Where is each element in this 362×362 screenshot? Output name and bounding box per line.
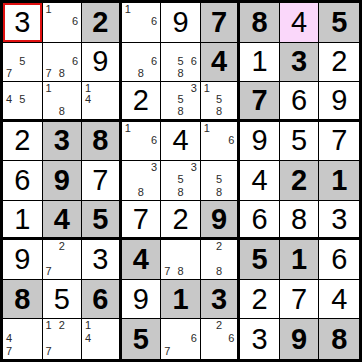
- entered-digit: 7: [331, 126, 347, 155]
- entered-digit: 4: [172, 126, 188, 155]
- given-digit: 3: [54, 126, 70, 155]
- pencil-marks: 68: [122, 43, 161, 82]
- given-digit: 2: [92, 8, 108, 37]
- cell-r8c7[interactable]: 2: [240, 280, 280, 320]
- entered-digit: 1: [14, 205, 30, 234]
- pencil-marks: 57: [3, 43, 42, 82]
- cell-r3c8[interactable]: 6: [280, 82, 320, 122]
- pencil-mark-8: 8: [216, 106, 222, 117]
- cell-r4c8[interactable]: 5: [280, 122, 320, 162]
- pencil-mark-8: 8: [138, 187, 144, 198]
- cell-r7c4[interactable]: 4: [122, 240, 162, 280]
- pencil-marks: 38: [122, 161, 161, 200]
- cell-r9c9[interactable]: 8: [319, 319, 359, 359]
- cell-r2c7[interactable]: 1: [240, 43, 280, 83]
- entered-digit: 5: [54, 285, 70, 314]
- pencil-mark-6: 6: [228, 135, 234, 146]
- given-digit: 4: [211, 47, 227, 76]
- cell-r6c2[interactable]: 4: [43, 201, 83, 241]
- cell-r8c5[interactable]: 1: [161, 280, 201, 320]
- given-digit: 4: [133, 245, 149, 274]
- given-digit: 1: [331, 166, 347, 195]
- pencil-mark-4: 4: [85, 333, 91, 344]
- cell-r4c1[interactable]: 2: [3, 122, 43, 162]
- entered-digit: 2: [331, 47, 347, 76]
- pencil-mark-1: 1: [204, 83, 210, 94]
- cell-r3c5[interactable]: 358: [161, 82, 201, 122]
- cell-r8c2[interactable]: 5: [43, 280, 83, 320]
- cell-r9c5[interactable]: 67: [161, 319, 201, 359]
- cell-r2c6[interactable]: 4: [201, 43, 241, 83]
- pencil-mark-2: 2: [59, 320, 65, 331]
- cell-r1c4[interactable]: 16: [122, 3, 162, 43]
- pencil-mark-1: 1: [125, 123, 131, 134]
- pencil-marks: 14: [82, 319, 119, 359]
- entered-digit: 3: [252, 325, 268, 354]
- entered-digit: 6: [252, 205, 268, 234]
- pencil-mark-4: 4: [6, 94, 12, 105]
- cell-r7c6[interactable]: 28: [201, 240, 241, 280]
- cell-r9c1[interactable]: 47: [3, 319, 43, 359]
- given-digit: 8: [92, 126, 108, 155]
- pencil-mark-7: 7: [164, 266, 170, 277]
- pencil-mark-2: 2: [59, 241, 65, 252]
- cell-r2c8[interactable]: 3: [280, 43, 320, 83]
- entered-digit: 3: [92, 245, 108, 274]
- pencil-mark-8: 8: [216, 187, 222, 198]
- cell-r6c3[interactable]: 5: [82, 201, 122, 241]
- cell-r5c9[interactable]: 1: [319, 161, 359, 201]
- cell-r2c1[interactable]: 57: [3, 43, 43, 83]
- pencil-marks: 14: [82, 82, 119, 119]
- pencil-mark-1: 1: [85, 320, 91, 331]
- pencil-marks: 45: [3, 82, 42, 119]
- given-digit: 7: [211, 8, 227, 37]
- cell-r6c1[interactable]: 1: [3, 201, 43, 241]
- pencil-mark-2: 2: [216, 241, 222, 252]
- pencil-mark-5: 5: [177, 174, 183, 185]
- pencil-marks: 158: [201, 82, 238, 119]
- cell-r4c6[interactable]: 16: [201, 122, 241, 162]
- pencil-mark-7: 7: [6, 68, 12, 79]
- entered-digit: 2: [14, 126, 30, 155]
- cell-r3c1[interactable]: 45: [3, 82, 43, 122]
- given-digit: 1: [172, 285, 188, 314]
- pencil-marks: 358: [161, 82, 200, 119]
- cell-r2c2[interactable]: 678: [43, 43, 83, 83]
- cell-r9c8[interactable]: 9: [280, 319, 320, 359]
- entered-digit: 2: [252, 285, 268, 314]
- given-digit: 8: [331, 325, 347, 354]
- pencil-mark-5: 5: [216, 94, 222, 105]
- entered-digit: 6: [291, 86, 307, 115]
- cell-r4c9[interactable]: 7: [319, 122, 359, 162]
- cell-r7c2[interactable]: 27: [43, 240, 83, 280]
- cell-r5c1[interactable]: 6: [3, 161, 43, 201]
- cell-r7c9[interactable]: 6: [319, 240, 359, 280]
- entered-digit: 8: [291, 205, 307, 234]
- pencil-mark-5: 5: [177, 56, 183, 67]
- pencil-marks: 28: [201, 240, 238, 279]
- entered-digit: 9: [92, 47, 108, 76]
- cell-r6c5[interactable]: 2: [161, 201, 201, 241]
- pencil-mark-8: 8: [59, 106, 65, 117]
- pencil-mark-8: 8: [177, 266, 183, 277]
- cell-r5c6[interactable]: 58: [201, 161, 241, 201]
- pencil-mark-1: 1: [46, 320, 52, 331]
- cell-r4c2[interactable]: 3: [43, 122, 83, 162]
- pencil-marks: 27: [43, 240, 82, 279]
- pencil-marks: 16: [43, 3, 82, 42]
- cell-r2c4[interactable]: 68: [122, 43, 162, 83]
- pencil-marks: 358: [161, 161, 200, 200]
- cell-r7c5[interactable]: 78: [161, 240, 201, 280]
- given-digit: 5: [252, 245, 268, 274]
- given-digit: 3: [211, 285, 227, 314]
- pencil-marks: 568: [161, 43, 200, 82]
- cell-r7c1[interactable]: 9: [3, 240, 43, 280]
- pencil-mark-6: 6: [191, 56, 197, 67]
- entered-digit: 6: [331, 245, 347, 274]
- cell-r1c8[interactable]: 4: [280, 3, 320, 43]
- cell-r1c2[interactable]: 16: [43, 3, 83, 43]
- entered-digit: 7: [133, 205, 149, 234]
- given-digit: 4: [54, 205, 70, 234]
- entered-digit: 2: [133, 86, 149, 115]
- cell-r9c7[interactable]: 3: [240, 319, 280, 359]
- cell-r4c4[interactable]: 16: [122, 122, 162, 162]
- pencil-marks: 127: [43, 319, 82, 359]
- cell-r7c7[interactable]: 5: [240, 240, 280, 280]
- given-digit: 9: [211, 205, 227, 234]
- cell-r6c6[interactable]: 9: [201, 201, 241, 241]
- pencil-mark-8: 8: [177, 187, 183, 198]
- pencil-mark-4: 4: [6, 333, 12, 344]
- cell-r6c8[interactable]: 8: [280, 201, 320, 241]
- entered-digit: 4: [331, 285, 347, 314]
- given-digit: 8: [14, 285, 30, 314]
- cell-r5c3[interactable]: 7: [82, 161, 122, 201]
- cell-r8c1[interactable]: 8: [3, 280, 43, 320]
- cell-r3c7[interactable]: 7: [240, 82, 280, 122]
- cell-r3c4[interactable]: 2: [122, 82, 162, 122]
- pencil-mark-6: 6: [72, 16, 78, 27]
- cell-r8c8[interactable]: 7: [280, 280, 320, 320]
- cell-r5c7[interactable]: 4: [240, 161, 280, 201]
- entered-digit: 9: [252, 126, 268, 155]
- entered-digit: 2: [172, 205, 188, 234]
- cell-r1c7[interactable]: 8: [240, 3, 280, 43]
- cell-r7c8[interactable]: 1: [280, 240, 320, 280]
- cell-r1c5[interactable]: 9: [161, 3, 201, 43]
- pencil-marks: 18: [43, 82, 82, 119]
- pencil-mark-5: 5: [19, 94, 25, 105]
- pencil-mark-3: 3: [191, 162, 197, 173]
- cell-r8c3[interactable]: 6: [82, 280, 122, 320]
- given-digit: 7: [252, 86, 268, 115]
- cell-r2c9[interactable]: 2: [319, 43, 359, 83]
- pencil-mark-6: 6: [151, 135, 157, 146]
- pencil-mark-6: 6: [191, 333, 197, 344]
- cell-r4c5[interactable]: 4: [161, 122, 201, 162]
- pencil-mark-5: 5: [177, 94, 183, 105]
- pencil-mark-1: 1: [125, 4, 131, 15]
- entered-digit: 4: [252, 166, 268, 195]
- cell-r5c5[interactable]: 358: [161, 161, 201, 201]
- cell-r7c3[interactable]: 3: [82, 240, 122, 280]
- pencil-mark-4: 4: [85, 94, 91, 105]
- pencil-marks: 678: [43, 43, 82, 82]
- pencil-mark-3: 3: [151, 162, 157, 173]
- cell-r6c7[interactable]: 6: [240, 201, 280, 241]
- pencil-mark-1: 1: [204, 123, 210, 134]
- entered-digit: 9: [14, 245, 30, 274]
- given-digit: 3: [291, 47, 307, 76]
- pencil-mark-8: 8: [138, 68, 144, 79]
- cell-r9c3[interactable]: 14: [82, 319, 122, 359]
- pencil-marks: 47: [3, 319, 42, 359]
- pencil-mark-1: 1: [46, 4, 52, 15]
- cell-r5c8[interactable]: 2: [280, 161, 320, 201]
- entered-digit: 9: [172, 8, 188, 37]
- pencil-mark-7: 7: [164, 346, 170, 357]
- pencil-mark-2: 2: [216, 320, 222, 331]
- pencil-mark-5: 5: [216, 174, 222, 185]
- cell-r9c2[interactable]: 127: [43, 319, 83, 359]
- cell-r3c6[interactable]: 158: [201, 82, 241, 122]
- entered-digit: 6: [14, 166, 30, 195]
- pencil-mark-6: 6: [72, 56, 78, 67]
- cell-r8c9[interactable]: 4: [319, 280, 359, 320]
- given-digit: 9: [291, 325, 307, 354]
- cell-r3c3[interactable]: 14: [82, 82, 122, 122]
- pencil-mark-5: 5: [19, 56, 25, 67]
- cell-r9c4[interactable]: 5: [122, 319, 162, 359]
- entered-digit: 7: [291, 285, 307, 314]
- given-digit: 5: [331, 8, 347, 37]
- cell-r3c9[interactable]: 9: [319, 82, 359, 122]
- entered-digit: 3: [14, 8, 30, 37]
- pencil-mark-6: 6: [228, 333, 234, 344]
- cell-r2c3[interactable]: 9: [82, 43, 122, 83]
- cell-r2c5[interactable]: 568: [161, 43, 201, 83]
- entered-digit: 5: [291, 126, 307, 155]
- entered-digit: 1: [252, 47, 268, 76]
- sudoku-board: 3162169784557678968568413245181423581587…: [0, 0, 362, 362]
- cell-r1c6[interactable]: 7: [201, 3, 241, 43]
- given-digit: 2: [291, 166, 307, 195]
- pencil-marks: 16: [122, 122, 161, 161]
- pencil-mark-7: 7: [46, 346, 52, 357]
- pencil-mark-7: 7: [6, 346, 12, 357]
- cell-r1c3[interactable]: 2: [82, 3, 122, 43]
- pencil-mark-6: 6: [151, 56, 157, 67]
- cell-r6c4[interactable]: 7: [122, 201, 162, 241]
- cell-r4c7[interactable]: 9: [240, 122, 280, 162]
- pencil-marks: 58: [201, 161, 238, 200]
- cell-r8c4[interactable]: 9: [122, 280, 162, 320]
- pencil-marks: 67: [161, 319, 200, 359]
- given-digit: 5: [92, 205, 108, 234]
- pencil-mark-7: 7: [46, 68, 52, 79]
- pencil-marks: 78: [161, 240, 200, 279]
- pencil-mark-8: 8: [177, 68, 183, 79]
- cell-r5c4[interactable]: 38: [122, 161, 162, 201]
- pencil-mark-8: 8: [216, 266, 222, 277]
- pencil-mark-8: 8: [177, 106, 183, 117]
- given-digit: 5: [133, 325, 149, 354]
- given-digit: 9: [54, 166, 70, 195]
- pencil-marks: 16: [122, 3, 161, 42]
- pencil-mark-8: 8: [59, 68, 65, 79]
- cell-r1c9[interactable]: 5: [319, 3, 359, 43]
- pencil-mark-6: 6: [151, 16, 157, 27]
- pencil-mark-3: 3: [191, 83, 197, 94]
- entered-digit: 9: [331, 86, 347, 115]
- cell-r8c6[interactable]: 3: [201, 280, 241, 320]
- cell-r5c2[interactable]: 9: [43, 161, 83, 201]
- pencil-mark-1: 1: [46, 83, 52, 94]
- cell-r4c3[interactable]: 8: [82, 122, 122, 162]
- given-digit: 1: [291, 245, 307, 274]
- entered-digit: 9: [133, 285, 149, 314]
- pencil-mark-7: 7: [46, 266, 52, 277]
- cell-r1c1[interactable]: 3: [3, 3, 43, 43]
- entered-digit: 7: [92, 166, 108, 195]
- entered-digit: 3: [331, 205, 347, 234]
- given-digit: 8: [252, 8, 268, 37]
- cell-r9c6[interactable]: 26: [201, 319, 241, 359]
- cell-r3c2[interactable]: 18: [43, 82, 83, 122]
- entered-digit: 4: [291, 8, 307, 37]
- pencil-marks: 16: [201, 122, 238, 161]
- cell-r6c9[interactable]: 3: [319, 201, 359, 241]
- given-digit: 6: [92, 285, 108, 314]
- pencil-marks: 26: [201, 319, 238, 359]
